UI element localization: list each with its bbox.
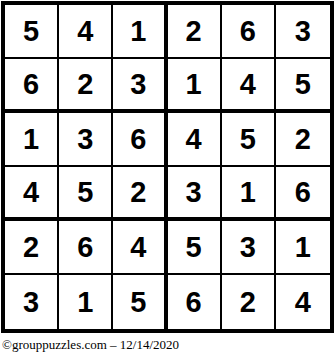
cell-r2c4: 1 (168, 59, 222, 113)
cell-r5c1: 2 (5, 221, 59, 275)
cell-r6c3: 5 (113, 275, 167, 329)
cell-r4c3: 2 (113, 167, 167, 221)
cell-r3c1: 1 (5, 113, 59, 167)
cell-r1c3: 1 (113, 5, 167, 59)
cell-r3c4: 4 (168, 113, 222, 167)
cell-r4c4: 3 (168, 167, 222, 221)
cell-r5c4: 5 (168, 221, 222, 275)
cell-r5c6: 1 (276, 221, 330, 275)
cell-r3c3: 6 (113, 113, 167, 167)
cell-r4c1: 4 (5, 167, 59, 221)
cell-r1c1: 5 (5, 5, 59, 59)
cell-r1c4: 2 (168, 5, 222, 59)
cell-r6c1: 3 (5, 275, 59, 329)
sudoku-answer-page: 541263623145136452452316264531315624 ©gr… (0, 0, 335, 357)
cell-r5c3: 4 (113, 221, 167, 275)
cell-r4c6: 6 (276, 167, 330, 221)
cell-r4c2: 5 (59, 167, 113, 221)
cell-r6c2: 1 (59, 275, 113, 329)
cell-r2c1: 6 (5, 59, 59, 113)
cell-r3c6: 2 (276, 113, 330, 167)
cell-r5c2: 6 (59, 221, 113, 275)
cell-r2c3: 3 (113, 59, 167, 113)
copyright-line: ©grouppuzzles.com – 12/14/2020 (2, 337, 179, 353)
cell-r3c2: 3 (59, 113, 113, 167)
cell-r5c5: 3 (222, 221, 276, 275)
cell-r2c6: 5 (276, 59, 330, 113)
cell-r6c4: 6 (168, 275, 222, 329)
cell-r1c2: 4 (59, 5, 113, 59)
cell-r6c5: 2 (222, 275, 276, 329)
cell-r2c5: 4 (222, 59, 276, 113)
cell-r2c2: 2 (59, 59, 113, 113)
cell-r3c5: 5 (222, 113, 276, 167)
cell-r4c5: 1 (222, 167, 276, 221)
sudoku-grid: 541263623145136452452316264531315624 (1, 1, 334, 333)
cell-r1c5: 6 (222, 5, 276, 59)
cell-r1c6: 3 (276, 5, 330, 59)
cell-r6c6: 4 (276, 275, 330, 329)
